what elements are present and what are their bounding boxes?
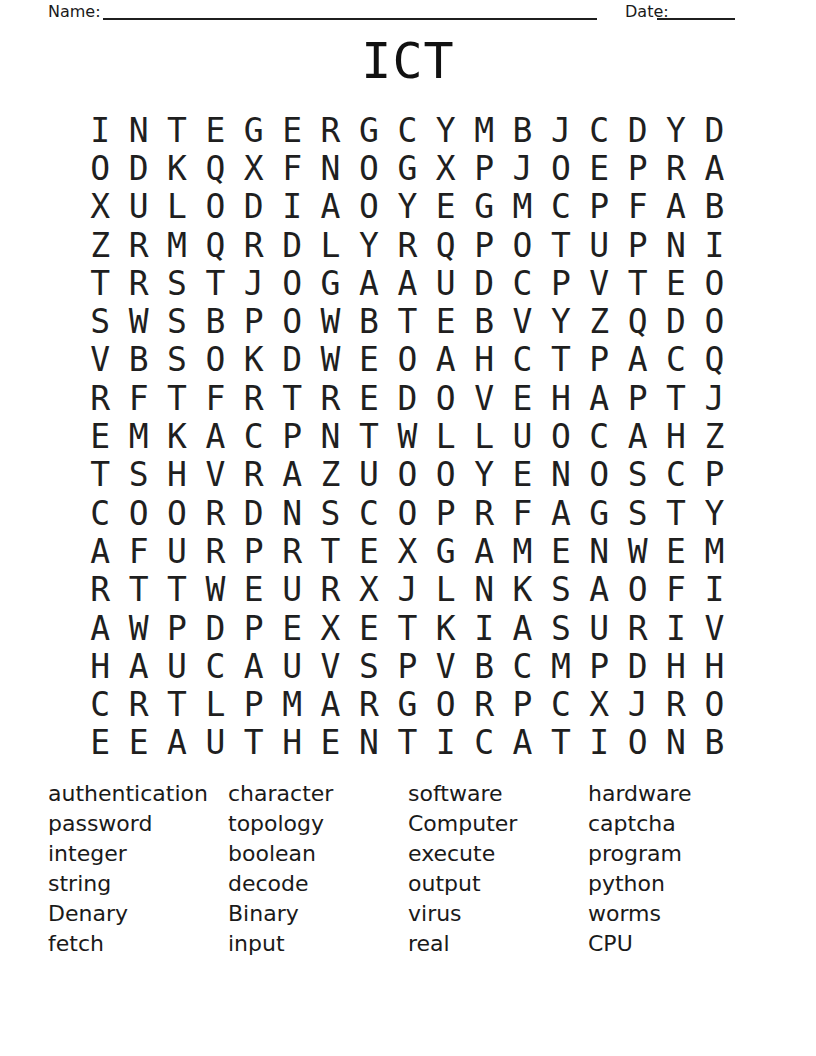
grid-cell-r17c11: C (465, 724, 503, 762)
grid-cell-r15c7: V (311, 647, 349, 685)
grid-cell-r11c4: R (196, 494, 234, 532)
grid-cell-r7c17: Q (695, 341, 733, 379)
grid-cell-r14c16: I (657, 609, 695, 647)
grid-cell-r9c1: E (81, 417, 119, 455)
grid-cell-r15c1: H (81, 647, 119, 685)
grid-cell-r12c16: E (657, 532, 695, 570)
grid-cell-r9c12: U (503, 417, 541, 455)
grid-cell-r4c15: P (618, 226, 656, 264)
grid-cell-r12c15: W (618, 532, 656, 570)
grid-cell-r3c7: A (311, 188, 349, 226)
grid-cell-r10c6: A (273, 456, 311, 494)
grid-cell-r1c11: M (465, 111, 503, 149)
grid-cell-r7c15: A (618, 341, 656, 379)
grid-cell-r4c3: M (158, 226, 196, 264)
wordsearch-grid: INTEGERGCYMBJCDYDODKQXFNOGXPJOEPRAXULODI… (81, 111, 734, 762)
grid-cell-r17c16: N (657, 724, 695, 762)
grid-cell-r4c4: Q (196, 226, 234, 264)
grid-cell-r6c17: O (695, 302, 733, 340)
grid-cell-r10c2: S (119, 456, 157, 494)
grid-cell-r9c17: Z (695, 417, 733, 455)
grid-cell-r10c15: S (618, 456, 656, 494)
grid-cell-r11c14: G (580, 494, 618, 532)
grid-cell-r11c7: S (311, 494, 349, 532)
grid-cell-r5c17: O (695, 264, 733, 302)
grid-cell-r6c13: Y (542, 302, 580, 340)
grid-cell-r5c5: J (235, 264, 273, 302)
grid-cell-r9c7: N (311, 417, 349, 455)
grid-cell-r7c7: W (311, 341, 349, 379)
grid-cell-r3c10: E (427, 188, 465, 226)
grid-cell-r4c17: I (695, 226, 733, 264)
grid-cell-r10c5: R (235, 456, 273, 494)
grid-cell-r17c12: A (503, 724, 541, 762)
word-item: execute (408, 839, 588, 869)
grid-cell-r8c12: E (503, 379, 541, 417)
grid-cell-r3c17: B (695, 188, 733, 226)
grid-cell-r15c8: S (350, 647, 388, 685)
grid-cell-r9c8: T (350, 417, 388, 455)
grid-cell-r10c3: H (158, 456, 196, 494)
word-item: character (228, 779, 408, 809)
grid-cell-r9c15: A (618, 417, 656, 455)
grid-cell-r8c16: T (657, 379, 695, 417)
grid-cell-r16c17: O (695, 685, 733, 723)
word-item: captcha (588, 809, 768, 839)
grid-cell-r3c15: F (618, 188, 656, 226)
name-blank-line (103, 18, 597, 20)
grid-cell-r14c13: S (542, 609, 580, 647)
grid-cell-r12c10: G (427, 532, 465, 570)
grid-cell-r15c3: U (158, 647, 196, 685)
grid-cell-r9c6: P (273, 417, 311, 455)
grid-cell-r3c4: O (196, 188, 234, 226)
grid-cell-r4c12: O (503, 226, 541, 264)
grid-cell-r10c14: O (580, 456, 618, 494)
grid-cell-r4c10: Q (427, 226, 465, 264)
grid-cell-r9c2: M (119, 417, 157, 455)
grid-cell-r2c5: X (235, 149, 273, 187)
grid-cell-r7c6: D (273, 341, 311, 379)
grid-cell-r8c15: P (618, 379, 656, 417)
grid-cell-r11c6: N (273, 494, 311, 532)
grid-cell-r14c14: U (580, 609, 618, 647)
grid-cell-r1c17: D (695, 111, 733, 149)
grid-cell-r9c9: W (388, 417, 426, 455)
grid-cell-r11c5: D (235, 494, 273, 532)
grid-cell-r6c16: D (657, 302, 695, 340)
grid-cell-r15c11: B (465, 647, 503, 685)
worksheet-page: Name: Date: ICT INTEGERGCYMBJCDYDODKQXFN… (0, 0, 816, 1056)
grid-cell-r17c15: O (618, 724, 656, 762)
grid-cell-r12c6: R (273, 532, 311, 570)
grid-cell-r8c8: E (350, 379, 388, 417)
grid-cell-r10c8: U (350, 456, 388, 494)
grid-cell-r13c8: X (350, 571, 388, 609)
grid-cell-r2c8: O (350, 149, 388, 187)
grid-cell-r9c16: H (657, 417, 695, 455)
grid-cell-r5c14: V (580, 264, 618, 302)
grid-cell-r1c5: G (235, 111, 273, 149)
grid-cell-r8c2: F (119, 379, 157, 417)
grid-cell-r13c13: S (542, 571, 580, 609)
grid-cell-r11c15: S (618, 494, 656, 532)
grid-cell-r16c10: O (427, 685, 465, 723)
grid-cell-r15c13: M (542, 647, 580, 685)
grid-cell-r13c11: N (465, 571, 503, 609)
word-item: Binary (228, 899, 408, 929)
word-item: Denary (48, 899, 228, 929)
grid-cell-r8c1: R (81, 379, 119, 417)
grid-cell-r15c6: U (273, 647, 311, 685)
grid-cell-r6c11: B (465, 302, 503, 340)
grid-cell-r1c4: E (196, 111, 234, 149)
grid-cell-r11c13: A (542, 494, 580, 532)
grid-cell-r14c17: V (695, 609, 733, 647)
grid-cell-r12c11: A (465, 532, 503, 570)
grid-cell-r2c15: P (618, 149, 656, 187)
grid-cell-r5c16: E (657, 264, 695, 302)
grid-cell-r17c17: B (695, 724, 733, 762)
word-item: virus (408, 899, 588, 929)
grid-cell-r11c1: C (81, 494, 119, 532)
grid-cell-r5c8: A (350, 264, 388, 302)
grid-cell-r16c13: C (542, 685, 580, 723)
word-item: real (408, 929, 588, 959)
grid-cell-r7c10: A (427, 341, 465, 379)
word-item: string (48, 869, 228, 899)
grid-cell-r4c11: P (465, 226, 503, 264)
grid-cell-r12c14: N (580, 532, 618, 570)
grid-cell-r3c14: P (580, 188, 618, 226)
grid-cell-r1c10: Y (427, 111, 465, 149)
grid-cell-r9c4: A (196, 417, 234, 455)
grid-cell-r3c6: I (273, 188, 311, 226)
grid-cell-r13c9: J (388, 571, 426, 609)
grid-cell-r12c12: M (503, 532, 541, 570)
grid-cell-r10c13: N (542, 456, 580, 494)
grid-cell-r17c13: T (542, 724, 580, 762)
grid-cell-r5c15: T (618, 264, 656, 302)
grid-cell-r2c7: N (311, 149, 349, 187)
grid-cell-r4c8: Y (350, 226, 388, 264)
grid-cell-r9c14: C (580, 417, 618, 455)
grid-cell-r17c2: E (119, 724, 157, 762)
word-column: hardwarecaptchaprogrampythonwormsCPU (588, 779, 768, 959)
grid-cell-r10c9: O (388, 456, 426, 494)
grid-cell-r11c16: T (657, 494, 695, 532)
grid-cell-r11c10: P (427, 494, 465, 532)
word-item: authentication (48, 779, 228, 809)
grid-cell-r1c1: I (81, 111, 119, 149)
word-item: program (588, 839, 768, 869)
grid-cell-r15c14: P (580, 647, 618, 685)
grid-cell-r9c13: O (542, 417, 580, 455)
grid-cell-r17c5: T (235, 724, 273, 762)
grid-cell-r5c11: D (465, 264, 503, 302)
grid-cell-r6c9: T (388, 302, 426, 340)
grid-cell-r2c2: D (119, 149, 157, 187)
grid-cell-r9c5: C (235, 417, 273, 455)
grid-cell-r7c13: T (542, 341, 580, 379)
grid-cell-r8c9: D (388, 379, 426, 417)
grid-cell-r17c9: T (388, 724, 426, 762)
grid-cell-r12c4: R (196, 532, 234, 570)
grid-cell-r5c2: R (119, 264, 157, 302)
grid-cell-r4c5: R (235, 226, 273, 264)
grid-cell-r6c4: B (196, 302, 234, 340)
grid-cell-r12c13: E (542, 532, 580, 570)
grid-cell-r8c17: J (695, 379, 733, 417)
grid-cell-r15c4: C (196, 647, 234, 685)
word-item: decode (228, 869, 408, 899)
grid-cell-r16c15: J (618, 685, 656, 723)
grid-cell-r3c3: L (158, 188, 196, 226)
grid-cell-r6c1: S (81, 302, 119, 340)
grid-cell-r3c16: A (657, 188, 695, 226)
grid-cell-r17c8: N (350, 724, 388, 762)
grid-cell-r16c6: M (273, 685, 311, 723)
grid-cell-r3c9: Y (388, 188, 426, 226)
grid-cell-r5c3: S (158, 264, 196, 302)
grid-cell-r8c4: F (196, 379, 234, 417)
grid-cell-r17c4: U (196, 724, 234, 762)
grid-cell-r10c11: Y (465, 456, 503, 494)
word-item: hardware (588, 779, 768, 809)
grid-cell-r5c7: G (311, 264, 349, 302)
word-item: python (588, 869, 768, 899)
grid-cell-r6c5: P (235, 302, 273, 340)
grid-cell-r14c3: P (158, 609, 196, 647)
grid-cell-r12c3: U (158, 532, 196, 570)
grid-cell-r13c3: T (158, 571, 196, 609)
grid-cell-r13c16: F (657, 571, 695, 609)
word-item: output (408, 869, 588, 899)
grid-cell-r13c15: O (618, 571, 656, 609)
grid-cell-r8c6: T (273, 379, 311, 417)
grid-cell-r16c14: X (580, 685, 618, 723)
grid-cell-r14c2: W (119, 609, 157, 647)
grid-cell-r13c5: E (235, 571, 273, 609)
grid-cell-r11c3: O (158, 494, 196, 532)
grid-cell-r3c1: X (81, 188, 119, 226)
grid-cell-r15c15: D (618, 647, 656, 685)
grid-cell-r3c13: C (542, 188, 580, 226)
grid-cell-r6c3: S (158, 302, 196, 340)
date-blank-line (657, 18, 735, 20)
grid-cell-r7c12: C (503, 341, 541, 379)
word-item: Computer (408, 809, 588, 839)
grid-cell-r4c14: U (580, 226, 618, 264)
grid-cell-r2c3: K (158, 149, 196, 187)
grid-cell-r11c11: R (465, 494, 503, 532)
grid-cell-r1c15: D (618, 111, 656, 149)
grid-cell-r2c1: O (81, 149, 119, 187)
grid-cell-r1c12: B (503, 111, 541, 149)
grid-cell-r7c5: K (235, 341, 273, 379)
grid-cell-r6c6: O (273, 302, 311, 340)
grid-cell-r2c17: A (695, 149, 733, 187)
grid-cell-r9c3: K (158, 417, 196, 455)
grid-cell-r1c6: E (273, 111, 311, 149)
grid-cell-r2c4: Q (196, 149, 234, 187)
grid-cell-r2c16: R (657, 149, 695, 187)
grid-cell-r7c8: E (350, 341, 388, 379)
grid-cell-r12c2: F (119, 532, 157, 570)
grid-cell-r15c17: H (695, 647, 733, 685)
grid-cell-r8c7: R (311, 379, 349, 417)
grid-cell-r8c10: O (427, 379, 465, 417)
grid-cell-r4c6: D (273, 226, 311, 264)
grid-cell-r4c16: N (657, 226, 695, 264)
grid-cell-r6c10: E (427, 302, 465, 340)
grid-cell-r15c16: H (657, 647, 695, 685)
grid-cell-r1c3: T (158, 111, 196, 149)
grid-cell-r16c12: P (503, 685, 541, 723)
grid-cell-r4c13: T (542, 226, 580, 264)
grid-cell-r10c16: C (657, 456, 695, 494)
grid-cell-r13c1: R (81, 571, 119, 609)
grid-cell-r3c11: G (465, 188, 503, 226)
grid-cell-r10c12: E (503, 456, 541, 494)
grid-cell-r11c12: F (503, 494, 541, 532)
name-label: Name: (48, 2, 101, 21)
grid-cell-r9c11: L (465, 417, 503, 455)
grid-cell-r5c13: P (542, 264, 580, 302)
grid-cell-r16c16: R (657, 685, 695, 723)
grid-cell-r5c4: T (196, 264, 234, 302)
grid-cell-r12c9: X (388, 532, 426, 570)
grid-cell-r7c14: P (580, 341, 618, 379)
grid-cell-r1c2: N (119, 111, 157, 149)
grid-cell-r17c14: I (580, 724, 618, 762)
word-item: boolean (228, 839, 408, 869)
grid-cell-r2c11: P (465, 149, 503, 187)
word-item: fetch (48, 929, 228, 959)
grid-cell-r2c13: O (542, 149, 580, 187)
grid-cell-r5c10: U (427, 264, 465, 302)
grid-cell-r13c6: U (273, 571, 311, 609)
grid-cell-r17c6: H (273, 724, 311, 762)
grid-cell-r2c6: F (273, 149, 311, 187)
grid-cell-r12c17: M (695, 532, 733, 570)
puzzle-title: ICT (0, 33, 816, 89)
grid-cell-r8c13: H (542, 379, 580, 417)
grid-cell-r1c7: R (311, 111, 349, 149)
grid-cell-r5c1: T (81, 264, 119, 302)
grid-cell-r11c2: O (119, 494, 157, 532)
grid-cell-r11c17: Y (695, 494, 733, 532)
word-item: CPU (588, 929, 768, 959)
grid-cell-r10c4: V (196, 456, 234, 494)
word-item: input (228, 929, 408, 959)
grid-cell-r1c16: Y (657, 111, 695, 149)
grid-cell-r13c4: W (196, 571, 234, 609)
grid-cell-r12c5: P (235, 532, 273, 570)
word-item: integer (48, 839, 228, 869)
word-column: softwareComputerexecuteoutputvirusreal (408, 779, 588, 959)
grid-cell-r13c10: L (427, 571, 465, 609)
grid-cell-r16c4: L (196, 685, 234, 723)
grid-cell-r11c9: O (388, 494, 426, 532)
grid-cell-r17c3: A (158, 724, 196, 762)
grid-cell-r9c10: L (427, 417, 465, 455)
grid-cell-r5c12: C (503, 264, 541, 302)
grid-cell-r2c10: X (427, 149, 465, 187)
grid-cell-r6c2: W (119, 302, 157, 340)
grid-cell-r14c10: K (427, 609, 465, 647)
grid-cell-r11c8: C (350, 494, 388, 532)
grid-cell-r16c3: T (158, 685, 196, 723)
grid-cell-r6c12: V (503, 302, 541, 340)
grid-cell-r10c10: O (427, 456, 465, 494)
grid-cell-r7c1: V (81, 341, 119, 379)
grid-cell-r14c4: D (196, 609, 234, 647)
grid-cell-r16c5: P (235, 685, 273, 723)
grid-cell-r2c9: G (388, 149, 426, 187)
grid-cell-r16c2: R (119, 685, 157, 723)
grid-cell-r6c14: Z (580, 302, 618, 340)
grid-cell-r8c5: R (235, 379, 273, 417)
grid-cell-r8c11: V (465, 379, 503, 417)
grid-cell-r7c11: H (465, 341, 503, 379)
grid-cell-r6c8: B (350, 302, 388, 340)
word-column: charactertopologybooleandecodeBinaryinpu… (228, 779, 408, 959)
grid-cell-r16c1: C (81, 685, 119, 723)
grid-cell-r5c9: A (388, 264, 426, 302)
grid-cell-r14c6: E (273, 609, 311, 647)
grid-cell-r15c2: A (119, 647, 157, 685)
grid-cell-r5c6: O (273, 264, 311, 302)
grid-cell-r3c8: O (350, 188, 388, 226)
grid-cell-r8c3: T (158, 379, 196, 417)
grid-cell-r17c1: E (81, 724, 119, 762)
grid-cell-r14c9: T (388, 609, 426, 647)
grid-cell-r4c1: Z (81, 226, 119, 264)
grid-cell-r1c8: G (350, 111, 388, 149)
grid-cell-r1c14: C (580, 111, 618, 149)
word-column: authenticationpasswordintegerstringDenar… (48, 779, 228, 959)
grid-cell-r15c5: A (235, 647, 273, 685)
grid-cell-r7c16: C (657, 341, 695, 379)
grid-cell-r12c1: A (81, 532, 119, 570)
grid-cell-r1c9: C (388, 111, 426, 149)
grid-cell-r13c17: I (695, 571, 733, 609)
grid-cell-r3c2: U (119, 188, 157, 226)
grid-cell-r16c7: A (311, 685, 349, 723)
grid-cell-r8c14: A (580, 379, 618, 417)
grid-cell-r14c7: X (311, 609, 349, 647)
grid-cell-r10c17: P (695, 456, 733, 494)
grid-cell-r14c15: R (618, 609, 656, 647)
grid-cell-r16c8: R (350, 685, 388, 723)
grid-cell-r15c12: C (503, 647, 541, 685)
grid-cell-r14c12: A (503, 609, 541, 647)
grid-cell-r4c7: L (311, 226, 349, 264)
grid-cell-r13c2: T (119, 571, 157, 609)
word-item: software (408, 779, 588, 809)
grid-cell-r6c7: W (311, 302, 349, 340)
grid-cell-r1c13: J (542, 111, 580, 149)
grid-cell-r17c7: E (311, 724, 349, 762)
grid-cell-r3c5: D (235, 188, 273, 226)
grid-cell-r14c1: A (81, 609, 119, 647)
grid-cell-r12c7: T (311, 532, 349, 570)
grid-cell-r14c5: P (235, 609, 273, 647)
grid-cell-r17c10: I (427, 724, 465, 762)
grid-cell-r10c7: Z (311, 456, 349, 494)
grid-cell-r2c12: J (503, 149, 541, 187)
